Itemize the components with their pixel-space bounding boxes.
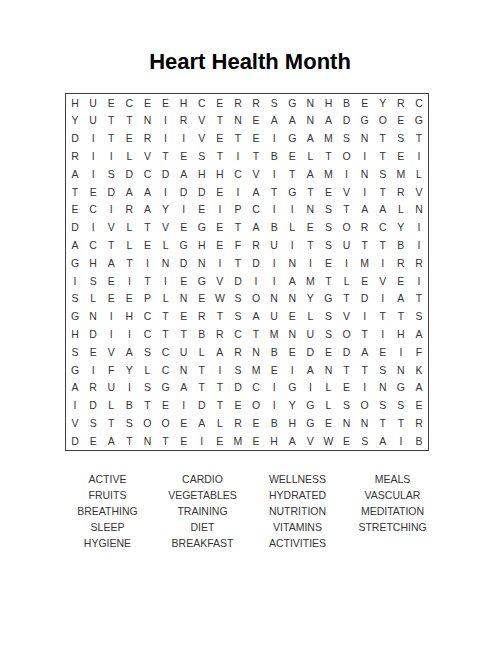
grid-cell-r6c17[interactable]: I: [356, 183, 374, 201]
grid-cell-r4c4[interactable]: L: [120, 147, 138, 165]
grid-cell-r1c19[interactable]: R: [392, 94, 410, 112]
grid-cell-r3c11[interactable]: E: [247, 130, 265, 148]
grid-cell-r18c6[interactable]: E: [157, 397, 175, 415]
grid-cell-r9c17[interactable]: T: [356, 236, 374, 254]
grid-cell-r3c19[interactable]: S: [392, 130, 410, 148]
grid-cell-r15c16[interactable]: D: [338, 343, 356, 361]
grid-cell-r13c12[interactable]: U: [265, 308, 283, 326]
grid-cell-r18c4[interactable]: B: [120, 397, 138, 415]
grid-cell-r8c9[interactable]: E: [211, 219, 229, 237]
grid-cell-r13c1[interactable]: G: [66, 308, 84, 326]
grid-cell-r3c1[interactable]: D: [66, 130, 84, 148]
grid-cell-r20c2[interactable]: E: [84, 432, 102, 450]
grid-cell-r13c18[interactable]: T: [374, 308, 392, 326]
grid-cell-r17c18[interactable]: N: [374, 379, 392, 397]
grid-cell-r2c6[interactable]: I: [157, 112, 175, 130]
grid-cell-r6c14[interactable]: T: [301, 183, 319, 201]
grid-cell-r6c13[interactable]: G: [283, 183, 301, 201]
grid-cell-r8c13[interactable]: L: [283, 219, 301, 237]
grid-cell-r10c9[interactable]: I: [211, 254, 229, 272]
grid-cell-r15c20[interactable]: F: [410, 343, 428, 361]
grid-cell-r7c6[interactable]: Y: [157, 201, 175, 219]
grid-cell-r14c3[interactable]: I: [102, 325, 120, 343]
grid-cell-r6c5[interactable]: A: [138, 183, 156, 201]
grid-cell-r7c19[interactable]: L: [392, 201, 410, 219]
grid-cell-r12c15[interactable]: G: [319, 290, 337, 308]
grid-cell-r19c14[interactable]: G: [301, 414, 319, 432]
grid-cell-r19c20[interactable]: R: [410, 414, 428, 432]
grid-cell-r1c1[interactable]: H: [66, 94, 84, 112]
grid-cell-r20c13[interactable]: A: [283, 432, 301, 450]
grid-cell-r20c12[interactable]: H: [265, 432, 283, 450]
grid-cell-r12c5[interactable]: P: [138, 290, 156, 308]
grid-cell-r16c10[interactable]: S: [229, 361, 247, 379]
grid-cell-r8c2[interactable]: I: [84, 219, 102, 237]
grid-cell-r10c1[interactable]: G: [66, 254, 84, 272]
grid-cell-r1c12[interactable]: S: [265, 94, 283, 112]
grid-cell-r14c7[interactable]: T: [175, 325, 193, 343]
grid-cell-r16c16[interactable]: T: [338, 361, 356, 379]
grid-cell-r1c13[interactable]: G: [283, 94, 301, 112]
grid-cell-r16c18[interactable]: S: [374, 361, 392, 379]
grid-cell-r11c14[interactable]: M: [301, 272, 319, 290]
grid-cell-r16c3[interactable]: F: [102, 361, 120, 379]
grid-cell-r9c5[interactable]: E: [138, 236, 156, 254]
grid-cell-r19c3[interactable]: T: [102, 414, 120, 432]
grid-cell-r11c8[interactable]: G: [193, 272, 211, 290]
grid-cell-r5c6[interactable]: D: [157, 165, 175, 183]
grid-cell-r18c15[interactable]: L: [319, 397, 337, 415]
grid-cell-r2c15[interactable]: A: [319, 112, 337, 130]
grid-cell-r20c17[interactable]: S: [356, 432, 374, 450]
grid-cell-r5c20[interactable]: L: [410, 165, 428, 183]
grid-cell-r14c5[interactable]: C: [138, 325, 156, 343]
grid-cell-r4c18[interactable]: T: [374, 147, 392, 165]
grid-cell-r5c17[interactable]: N: [356, 165, 374, 183]
grid-cell-r19c17[interactable]: N: [356, 414, 374, 432]
grid-cell-r4c14[interactable]: L: [301, 147, 319, 165]
grid-cell-r17c7[interactable]: A: [175, 379, 193, 397]
grid-cell-r3c15[interactable]: M: [319, 130, 337, 148]
grid-cell-r11c4[interactable]: I: [120, 272, 138, 290]
grid-cell-r11c10[interactable]: D: [229, 272, 247, 290]
grid-cell-r17c9[interactable]: T: [211, 379, 229, 397]
grid-cell-r2c10[interactable]: N: [229, 112, 247, 130]
grid-cell-r14c8[interactable]: B: [193, 325, 211, 343]
grid-cell-r12c9[interactable]: W: [211, 290, 229, 308]
grid-cell-r4c5[interactable]: V: [138, 147, 156, 165]
grid-cell-r9c2[interactable]: C: [84, 236, 102, 254]
grid-cell-r8c19[interactable]: Y: [392, 219, 410, 237]
grid-cell-r6c9[interactable]: E: [211, 183, 229, 201]
grid-cell-r10c7[interactable]: D: [175, 254, 193, 272]
grid-cell-r16c15[interactable]: N: [319, 361, 337, 379]
grid-cell-r8c10[interactable]: T: [229, 219, 247, 237]
grid-cell-r16c19[interactable]: N: [392, 361, 410, 379]
grid-cell-r17c14[interactable]: I: [301, 379, 319, 397]
grid-cell-r16c17[interactable]: T: [356, 361, 374, 379]
grid-cell-r10c19[interactable]: R: [392, 254, 410, 272]
grid-cell-r7c2[interactable]: C: [84, 201, 102, 219]
grid-cell-r15c15[interactable]: E: [319, 343, 337, 361]
grid-cell-r3c18[interactable]: T: [374, 130, 392, 148]
grid-cell-r1c14[interactable]: N: [301, 94, 319, 112]
grid-cell-r6c4[interactable]: A: [120, 183, 138, 201]
grid-cell-r4c8[interactable]: S: [193, 147, 211, 165]
grid-cell-r1c16[interactable]: B: [338, 94, 356, 112]
grid-cell-r20c16[interactable]: E: [338, 432, 356, 450]
grid-cell-r18c2[interactable]: D: [84, 397, 102, 415]
grid-cell-r7c13[interactable]: I: [283, 201, 301, 219]
grid-cell-r15c8[interactable]: L: [193, 343, 211, 361]
grid-cell-r3c12[interactable]: I: [265, 130, 283, 148]
grid-cell-r1c17[interactable]: E: [356, 94, 374, 112]
grid-cell-r17c5[interactable]: S: [138, 379, 156, 397]
grid-cell-r3c10[interactable]: T: [229, 130, 247, 148]
grid-cell-r8c5[interactable]: T: [138, 219, 156, 237]
grid-cell-r18c18[interactable]: S: [374, 397, 392, 415]
grid-cell-r9c7[interactable]: G: [175, 236, 193, 254]
grid-cell-r2c1[interactable]: Y: [66, 112, 84, 130]
grid-cell-r11c5[interactable]: T: [138, 272, 156, 290]
grid-cell-r19c15[interactable]: E: [319, 414, 337, 432]
grid-cell-r3c17[interactable]: N: [356, 130, 374, 148]
grid-cell-r5c11[interactable]: V: [247, 165, 265, 183]
grid-cell-r10c10[interactable]: T: [229, 254, 247, 272]
grid-cell-r4c15[interactable]: T: [319, 147, 337, 165]
grid-cell-r13c6[interactable]: T: [157, 308, 175, 326]
grid-cell-r4c11[interactable]: T: [247, 147, 265, 165]
grid-cell-r15c13[interactable]: E: [283, 343, 301, 361]
grid-cell-r16c6[interactable]: C: [157, 361, 175, 379]
grid-cell-r11c9[interactable]: V: [211, 272, 229, 290]
grid-cell-r4c7[interactable]: E: [175, 147, 193, 165]
grid-cell-r9c11[interactable]: R: [247, 236, 265, 254]
grid-cell-r8c18[interactable]: C: [374, 219, 392, 237]
grid-cell-r8c11[interactable]: A: [247, 219, 265, 237]
grid-cell-r13c14[interactable]: L: [301, 308, 319, 326]
grid-cell-r3c20[interactable]: T: [410, 130, 428, 148]
grid-cell-r4c2[interactable]: I: [84, 147, 102, 165]
grid-cell-r6c8[interactable]: D: [193, 183, 211, 201]
grid-cell-r9c12[interactable]: U: [265, 236, 283, 254]
grid-cell-r12c4[interactable]: E: [120, 290, 138, 308]
grid-cell-r8c14[interactable]: E: [301, 219, 319, 237]
grid-cell-r6c11[interactable]: A: [247, 183, 265, 201]
grid-cell-r10c13[interactable]: N: [283, 254, 301, 272]
grid-cell-r20c14[interactable]: V: [301, 432, 319, 450]
grid-cell-r20c18[interactable]: A: [374, 432, 392, 450]
grid-cell-r14c16[interactable]: O: [338, 325, 356, 343]
grid-cell-r3c8[interactable]: V: [193, 130, 211, 148]
grid-cell-r20c7[interactable]: E: [175, 432, 193, 450]
grid-cell-r2c5[interactable]: N: [138, 112, 156, 130]
grid-cell-r5c9[interactable]: H: [211, 165, 229, 183]
grid-cell-r2c11[interactable]: E: [247, 112, 265, 130]
grid-cell-r5c10[interactable]: C: [229, 165, 247, 183]
grid-cell-r13c3[interactable]: I: [102, 308, 120, 326]
grid-cell-r6c12[interactable]: T: [265, 183, 283, 201]
grid-cell-r17c19[interactable]: G: [392, 379, 410, 397]
grid-cell-r10c18[interactable]: I: [374, 254, 392, 272]
grid-cell-r19c9[interactable]: L: [211, 414, 229, 432]
grid-cell-r13c17[interactable]: I: [356, 308, 374, 326]
grid-cell-r12c10[interactable]: S: [229, 290, 247, 308]
grid-cell-r9c15[interactable]: S: [319, 236, 337, 254]
grid-cell-r18c13[interactable]: Y: [283, 397, 301, 415]
grid-cell-r2c12[interactable]: A: [265, 112, 283, 130]
grid-cell-r11c13[interactable]: A: [283, 272, 301, 290]
grid-cell-r11c20[interactable]: I: [410, 272, 428, 290]
grid-cell-r14c20[interactable]: A: [410, 325, 428, 343]
grid-cell-r19c16[interactable]: N: [338, 414, 356, 432]
grid-cell-r19c7[interactable]: E: [175, 414, 193, 432]
grid-cell-r3c4[interactable]: E: [120, 130, 138, 148]
grid-cell-r12c1[interactable]: S: [66, 290, 84, 308]
grid-cell-r11c7[interactable]: E: [175, 272, 193, 290]
grid-cell-r12c11[interactable]: O: [247, 290, 265, 308]
grid-cell-r18c5[interactable]: T: [138, 397, 156, 415]
grid-cell-r12c6[interactable]: L: [157, 290, 175, 308]
grid-cell-r3c2[interactable]: I: [84, 130, 102, 148]
grid-cell-r15c3[interactable]: V: [102, 343, 120, 361]
grid-cell-r3c5[interactable]: R: [138, 130, 156, 148]
grid-cell-r1c5[interactable]: E: [138, 94, 156, 112]
grid-cell-r7c4[interactable]: R: [120, 201, 138, 219]
grid-cell-r15c17[interactable]: A: [356, 343, 374, 361]
grid-cell-r9c9[interactable]: E: [211, 236, 229, 254]
grid-cell-r11c19[interactable]: E: [392, 272, 410, 290]
grid-cell-r14c14[interactable]: U: [301, 325, 319, 343]
grid-cell-r1c20[interactable]: C: [410, 94, 428, 112]
grid-cell-r18c10[interactable]: E: [229, 397, 247, 415]
grid-cell-r17c10[interactable]: D: [229, 379, 247, 397]
grid-cell-r12c16[interactable]: T: [338, 290, 356, 308]
grid-cell-r6c20[interactable]: V: [410, 183, 428, 201]
grid-cell-r7c17[interactable]: A: [356, 201, 374, 219]
grid-cell-r16c14[interactable]: A: [301, 361, 319, 379]
grid-cell-r12c17[interactable]: D: [356, 290, 374, 308]
grid-cell-r13c15[interactable]: S: [319, 308, 337, 326]
grid-cell-r19c4[interactable]: S: [120, 414, 138, 432]
grid-cell-r17c15[interactable]: L: [319, 379, 337, 397]
grid-cell-r19c10[interactable]: R: [229, 414, 247, 432]
grid-cell-r7c15[interactable]: S: [319, 201, 337, 219]
grid-cell-r14c9[interactable]: R: [211, 325, 229, 343]
grid-cell-r7c3[interactable]: I: [102, 201, 120, 219]
grid-cell-r1c8[interactable]: C: [193, 94, 211, 112]
grid-cell-r15c12[interactable]: B: [265, 343, 283, 361]
grid-cell-r11c1[interactable]: I: [66, 272, 84, 290]
grid-cell-r3c13[interactable]: G: [283, 130, 301, 148]
grid-cell-r9c14[interactable]: T: [301, 236, 319, 254]
grid-cell-r7c5[interactable]: A: [138, 201, 156, 219]
grid-cell-r20c1[interactable]: D: [66, 432, 84, 450]
grid-cell-r4c13[interactable]: E: [283, 147, 301, 165]
grid-cell-r2c3[interactable]: T: [102, 112, 120, 130]
grid-cell-r13c2[interactable]: N: [84, 308, 102, 326]
grid-cell-r11c11[interactable]: I: [247, 272, 265, 290]
grid-cell-r7c14[interactable]: N: [301, 201, 319, 219]
grid-cell-r9c4[interactable]: L: [120, 236, 138, 254]
grid-cell-r10c20[interactable]: R: [410, 254, 428, 272]
grid-cell-r18c16[interactable]: S: [338, 397, 356, 415]
grid-cell-r6c18[interactable]: T: [374, 183, 392, 201]
grid-cell-r17c12[interactable]: I: [265, 379, 283, 397]
grid-cell-r6c16[interactable]: V: [338, 183, 356, 201]
grid-cell-r18c20[interactable]: E: [410, 397, 428, 415]
grid-cell-r8c12[interactable]: B: [265, 219, 283, 237]
grid-cell-r3c7[interactable]: I: [175, 130, 193, 148]
grid-cell-r17c16[interactable]: E: [338, 379, 356, 397]
grid-cell-r1c4[interactable]: C: [120, 94, 138, 112]
grid-cell-r1c9[interactable]: E: [211, 94, 229, 112]
grid-cell-r17c11[interactable]: C: [247, 379, 265, 397]
grid-cell-r2c4[interactable]: T: [120, 112, 138, 130]
grid-cell-r10c6[interactable]: N: [157, 254, 175, 272]
grid-cell-r10c2[interactable]: H: [84, 254, 102, 272]
grid-cell-r5c3[interactable]: S: [102, 165, 120, 183]
grid-cell-r1c15[interactable]: H: [319, 94, 337, 112]
grid-cell-r5c16[interactable]: I: [338, 165, 356, 183]
grid-cell-r3c6[interactable]: I: [157, 130, 175, 148]
grid-cell-r16c4[interactable]: Y: [120, 361, 138, 379]
grid-cell-r12c18[interactable]: I: [374, 290, 392, 308]
grid-cell-r10c11[interactable]: D: [247, 254, 265, 272]
grid-cell-r13c4[interactable]: H: [120, 308, 138, 326]
grid-cell-r9c13[interactable]: I: [283, 236, 301, 254]
grid-cell-r4c6[interactable]: T: [157, 147, 175, 165]
grid-cell-r5c12[interactable]: I: [265, 165, 283, 183]
grid-cell-r5c7[interactable]: A: [175, 165, 193, 183]
grid-cell-r17c3[interactable]: U: [102, 379, 120, 397]
grid-cell-r10c17[interactable]: M: [356, 254, 374, 272]
grid-cell-r8c20[interactable]: I: [410, 219, 428, 237]
grid-cell-r8c3[interactable]: V: [102, 219, 120, 237]
grid-cell-r14c12[interactable]: M: [265, 325, 283, 343]
grid-cell-r3c14[interactable]: A: [301, 130, 319, 148]
grid-cell-r15c7[interactable]: U: [175, 343, 193, 361]
grid-cell-r12c8[interactable]: E: [193, 290, 211, 308]
grid-cell-r9c8[interactable]: H: [193, 236, 211, 254]
grid-cell-r1c10[interactable]: R: [229, 94, 247, 112]
grid-cell-r19c18[interactable]: T: [374, 414, 392, 432]
grid-cell-r14c10[interactable]: C: [229, 325, 247, 343]
grid-cell-r15c18[interactable]: E: [374, 343, 392, 361]
grid-cell-r15c9[interactable]: A: [211, 343, 229, 361]
grid-cell-r6c3[interactable]: D: [102, 183, 120, 201]
grid-cell-r4c20[interactable]: I: [410, 147, 428, 165]
grid-cell-r18c7[interactable]: I: [175, 397, 193, 415]
grid-cell-r13c10[interactable]: S: [229, 308, 247, 326]
grid-cell-r11c18[interactable]: V: [374, 272, 392, 290]
grid-cell-r1c3[interactable]: E: [102, 94, 120, 112]
grid-cell-r19c8[interactable]: A: [193, 414, 211, 432]
grid-cell-r16c9[interactable]: I: [211, 361, 229, 379]
grid-cell-r6c7[interactable]: D: [175, 183, 193, 201]
grid-cell-r2c18[interactable]: O: [374, 112, 392, 130]
grid-cell-r20c4[interactable]: T: [120, 432, 138, 450]
grid-cell-r9c20[interactable]: I: [410, 236, 428, 254]
grid-cell-r14c13[interactable]: N: [283, 325, 301, 343]
grid-cell-r8c8[interactable]: G: [193, 219, 211, 237]
grid-cell-r10c4[interactable]: T: [120, 254, 138, 272]
grid-cell-r12c20[interactable]: T: [410, 290, 428, 308]
grid-cell-r4c1[interactable]: R: [66, 147, 84, 165]
grid-cell-r19c11[interactable]: E: [247, 414, 265, 432]
grid-cell-r7c9[interactable]: I: [211, 201, 229, 219]
grid-cell-r20c19[interactable]: I: [392, 432, 410, 450]
grid-cell-r12c2[interactable]: L: [84, 290, 102, 308]
grid-cell-r5c14[interactable]: A: [301, 165, 319, 183]
grid-cell-r18c1[interactable]: I: [66, 397, 84, 415]
grid-cell-r19c13[interactable]: H: [283, 414, 301, 432]
grid-cell-r7c7[interactable]: I: [175, 201, 193, 219]
grid-cell-r4c12[interactable]: B: [265, 147, 283, 165]
grid-cell-r11c16[interactable]: L: [338, 272, 356, 290]
grid-cell-r14c1[interactable]: H: [66, 325, 84, 343]
grid-cell-r5c13[interactable]: T: [283, 165, 301, 183]
grid-cell-r3c16[interactable]: S: [338, 130, 356, 148]
grid-cell-r8c17[interactable]: R: [356, 219, 374, 237]
grid-cell-r13c5[interactable]: C: [138, 308, 156, 326]
grid-cell-r15c6[interactable]: C: [157, 343, 175, 361]
grid-cell-r14c11[interactable]: T: [247, 325, 265, 343]
grid-cell-r19c6[interactable]: O: [157, 414, 175, 432]
grid-cell-r13c9[interactable]: T: [211, 308, 229, 326]
grid-cell-r2c13[interactable]: A: [283, 112, 301, 130]
grid-cell-r19c1[interactable]: V: [66, 414, 84, 432]
grid-cell-r7c18[interactable]: A: [374, 201, 392, 219]
grid-cell-r17c4[interactable]: I: [120, 379, 138, 397]
grid-cell-r20c10[interactable]: M: [229, 432, 247, 450]
grid-cell-r4c19[interactable]: E: [392, 147, 410, 165]
grid-cell-r16c2[interactable]: I: [84, 361, 102, 379]
grid-cell-r2c7[interactable]: R: [175, 112, 193, 130]
grid-cell-r15c10[interactable]: R: [229, 343, 247, 361]
grid-cell-r18c14[interactable]: G: [301, 397, 319, 415]
grid-cell-r13c11[interactable]: A: [247, 308, 265, 326]
grid-cell-r1c7[interactable]: H: [175, 94, 193, 112]
grid-cell-r11c12[interactable]: I: [265, 272, 283, 290]
grid-cell-r8c4[interactable]: L: [120, 219, 138, 237]
grid-cell-r20c11[interactable]: E: [247, 432, 265, 450]
grid-cell-r7c8[interactable]: E: [193, 201, 211, 219]
grid-cell-r2c9[interactable]: T: [211, 112, 229, 130]
grid-cell-r16c8[interactable]: T: [193, 361, 211, 379]
grid-cell-r12c12[interactable]: N: [265, 290, 283, 308]
grid-cell-r13c8[interactable]: R: [193, 308, 211, 326]
grid-cell-r7c10[interactable]: P: [229, 201, 247, 219]
grid-cell-r16c13[interactable]: I: [283, 361, 301, 379]
grid-cell-r16c5[interactable]: L: [138, 361, 156, 379]
grid-cell-r8c16[interactable]: O: [338, 219, 356, 237]
grid-cell-r15c2[interactable]: E: [84, 343, 102, 361]
grid-cell-r20c20[interactable]: B: [410, 432, 428, 450]
grid-cell-r11c17[interactable]: E: [356, 272, 374, 290]
grid-cell-r6c1[interactable]: T: [66, 183, 84, 201]
grid-cell-r13c16[interactable]: V: [338, 308, 356, 326]
grid-cell-r12c7[interactable]: N: [175, 290, 193, 308]
grid-cell-r10c12[interactable]: I: [265, 254, 283, 272]
grid-cell-r7c16[interactable]: T: [338, 201, 356, 219]
grid-cell-r9c1[interactable]: A: [66, 236, 84, 254]
grid-cell-r16c7[interactable]: N: [175, 361, 193, 379]
grid-cell-r5c18[interactable]: S: [374, 165, 392, 183]
grid-cell-r4c10[interactable]: I: [229, 147, 247, 165]
grid-cell-r15c1[interactable]: S: [66, 343, 84, 361]
grid-cell-r2c17[interactable]: G: [356, 112, 374, 130]
